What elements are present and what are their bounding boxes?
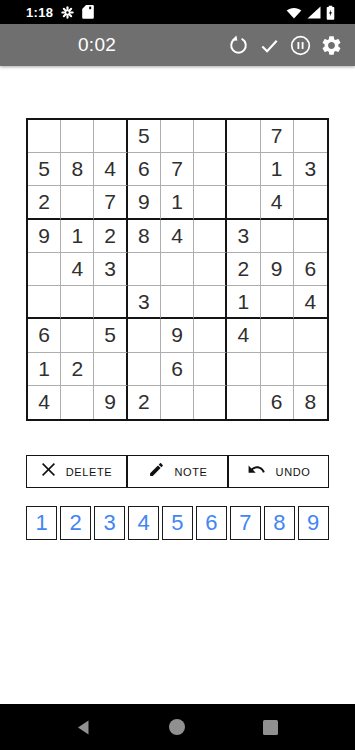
- undo-label: UNDO: [276, 466, 311, 478]
- delete-x-icon: [41, 462, 56, 481]
- home-icon[interactable]: [168, 718, 186, 736]
- undo-arrow-icon: [247, 460, 266, 483]
- cell-r7c6[interactable]: [194, 319, 227, 352]
- cell-r8c5[interactable]: 6: [161, 353, 194, 386]
- cell-r2c4[interactable]: 6: [128, 153, 161, 186]
- check-icon[interactable]: [257, 33, 281, 57]
- cell-r6c6[interactable]: [194, 286, 227, 319]
- cell-r2c7[interactable]: [227, 153, 260, 186]
- cell-r8c6[interactable]: [194, 353, 227, 386]
- cell-r7c8[interactable]: [261, 319, 294, 352]
- cell-r2c9[interactable]: 3: [294, 153, 327, 186]
- cell-r1c8[interactable]: 7: [261, 120, 294, 153]
- cell-r5c8[interactable]: 9: [261, 253, 294, 286]
- restart-icon[interactable]: [226, 33, 250, 57]
- pause-icon[interactable]: [288, 33, 312, 57]
- cell-r6c9[interactable]: 4: [294, 286, 327, 319]
- cell-r3c4[interactable]: 9: [128, 186, 161, 219]
- cell-r6c4[interactable]: 3: [128, 286, 161, 319]
- undo-button[interactable]: UNDO: [228, 455, 329, 488]
- numpad-7[interactable]: 7: [230, 506, 261, 540]
- cell-r4c2[interactable]: 1: [61, 220, 94, 253]
- cell-r4c7[interactable]: 3: [227, 220, 260, 253]
- cell-r3c7[interactable]: [227, 186, 260, 219]
- cell-r8c7[interactable]: [227, 353, 260, 386]
- cell-r9c8[interactable]: 6: [261, 386, 294, 419]
- cell-r4c1[interactable]: 9: [28, 220, 61, 253]
- cell-r9c7[interactable]: [227, 386, 260, 419]
- wifi-icon: [286, 6, 302, 19]
- cell-r2c5[interactable]: 7: [161, 153, 194, 186]
- cell-r3c6[interactable]: [194, 186, 227, 219]
- back-icon[interactable]: [76, 719, 92, 736]
- cell-r3c3[interactable]: 7: [94, 186, 127, 219]
- cell-r1c4[interactable]: 5: [128, 120, 161, 153]
- number-pad: 123456789: [26, 506, 329, 540]
- battery-icon: [326, 5, 335, 20]
- cell-r5c6[interactable]: [194, 253, 227, 286]
- cell-r5c7[interactable]: 2: [227, 253, 260, 286]
- cell-r7c7[interactable]: 4: [227, 319, 260, 352]
- app-bar: 0:02: [0, 24, 355, 66]
- cell-r5c2[interactable]: 4: [61, 253, 94, 286]
- cell-r4c4[interactable]: 8: [128, 220, 161, 253]
- cell-r1c2[interactable]: [61, 120, 94, 153]
- recents-icon[interactable]: [262, 719, 279, 736]
- cell-r6c1[interactable]: [28, 286, 61, 319]
- cell-r2c8[interactable]: 1: [261, 153, 294, 186]
- cell-r3c1[interactable]: 2: [28, 186, 61, 219]
- cell-r6c3[interactable]: [94, 286, 127, 319]
- cell-r2c3[interactable]: 4: [94, 153, 127, 186]
- cell-r4c3[interactable]: 2: [94, 220, 127, 253]
- cell-r4c5[interactable]: 4: [161, 220, 194, 253]
- note-label: NOTE: [175, 466, 208, 478]
- control-bar: DELETE NOTE UNDO: [26, 455, 329, 488]
- cell-r8c3[interactable]: [94, 353, 127, 386]
- cell-r3c8[interactable]: 4: [261, 186, 294, 219]
- cell-r6c8[interactable]: [261, 286, 294, 319]
- cell-r1c1[interactable]: [28, 120, 61, 153]
- cell-r1c5[interactable]: [161, 120, 194, 153]
- cell-r8c9[interactable]: [294, 353, 327, 386]
- cell-r5c5[interactable]: [161, 253, 194, 286]
- gear-icon: [61, 6, 74, 19]
- delete-label: DELETE: [66, 466, 112, 478]
- cell-r9c5[interactable]: [161, 386, 194, 419]
- cell-r7c9[interactable]: [294, 319, 327, 352]
- sudoku-board: 5758467132791491284343296314659412649268: [26, 118, 329, 421]
- numpad-6[interactable]: 6: [196, 506, 227, 540]
- cell-r6c2[interactable]: [61, 286, 94, 319]
- sd-card-icon: [82, 5, 94, 19]
- cell-r6c5[interactable]: [161, 286, 194, 319]
- cell-r4c9[interactable]: [294, 220, 327, 253]
- note-button[interactable]: NOTE: [127, 455, 228, 488]
- cell-r5c4[interactable]: [128, 253, 161, 286]
- cell-r7c4[interactable]: [128, 319, 161, 352]
- cell-r2c6[interactable]: [194, 153, 227, 186]
- cell-r9c4[interactable]: 2: [128, 386, 161, 419]
- cell-r8c2[interactable]: 2: [61, 353, 94, 386]
- cell-r5c1[interactable]: [28, 253, 61, 286]
- numpad-1[interactable]: 1: [26, 506, 57, 540]
- nav-bar: [0, 704, 355, 750]
- cell-r2c1[interactable]: 5: [28, 153, 61, 186]
- status-bar: 1:18: [0, 0, 355, 24]
- numpad-9[interactable]: 9: [298, 506, 329, 540]
- cell-r2c2[interactable]: 8: [61, 153, 94, 186]
- cell-r9c6[interactable]: [194, 386, 227, 419]
- cell-r3c5[interactable]: 1: [161, 186, 194, 219]
- cell-r7c3[interactable]: 5: [94, 319, 127, 352]
- cell-r8c1[interactable]: 1: [28, 353, 61, 386]
- cell-r8c4[interactable]: [128, 353, 161, 386]
- numpad-8[interactable]: 8: [264, 506, 295, 540]
- cell-r1c6[interactable]: [194, 120, 227, 153]
- cell-r1c9[interactable]: [294, 120, 327, 153]
- cell-r8c8[interactable]: [261, 353, 294, 386]
- delete-button[interactable]: DELETE: [26, 455, 127, 488]
- numpad-3[interactable]: 3: [94, 506, 125, 540]
- numpad-2[interactable]: 2: [60, 506, 91, 540]
- cell-r6c7[interactable]: 1: [227, 286, 260, 319]
- numpad-4[interactable]: 4: [128, 506, 159, 540]
- numpad-5[interactable]: 5: [162, 506, 193, 540]
- cell-r7c1[interactable]: 6: [28, 319, 61, 352]
- cell-r9c3[interactable]: 9: [94, 386, 127, 419]
- cell-r4c8[interactable]: [261, 220, 294, 253]
- cell-r5c3[interactable]: 3: [94, 253, 127, 286]
- cell-r9c2[interactable]: [61, 386, 94, 419]
- cellular-icon: [307, 6, 321, 19]
- cell-r4c6[interactable]: [194, 220, 227, 253]
- cell-r1c7[interactable]: [227, 120, 260, 153]
- cell-r9c9[interactable]: 8: [294, 386, 327, 419]
- cell-r3c9[interactable]: [294, 186, 327, 219]
- cell-r5c9[interactable]: 6: [294, 253, 327, 286]
- cell-r7c2[interactable]: [61, 319, 94, 352]
- cell-r7c5[interactable]: 9: [161, 319, 194, 352]
- cell-r1c3[interactable]: [94, 120, 127, 153]
- settings-icon[interactable]: [319, 33, 343, 57]
- timer: 0:02: [78, 34, 116, 56]
- cell-r9c1[interactable]: 4: [28, 386, 61, 419]
- pencil-icon: [148, 461, 165, 482]
- cell-r3c2[interactable]: [61, 186, 94, 219]
- status-time: 1:18: [26, 5, 53, 20]
